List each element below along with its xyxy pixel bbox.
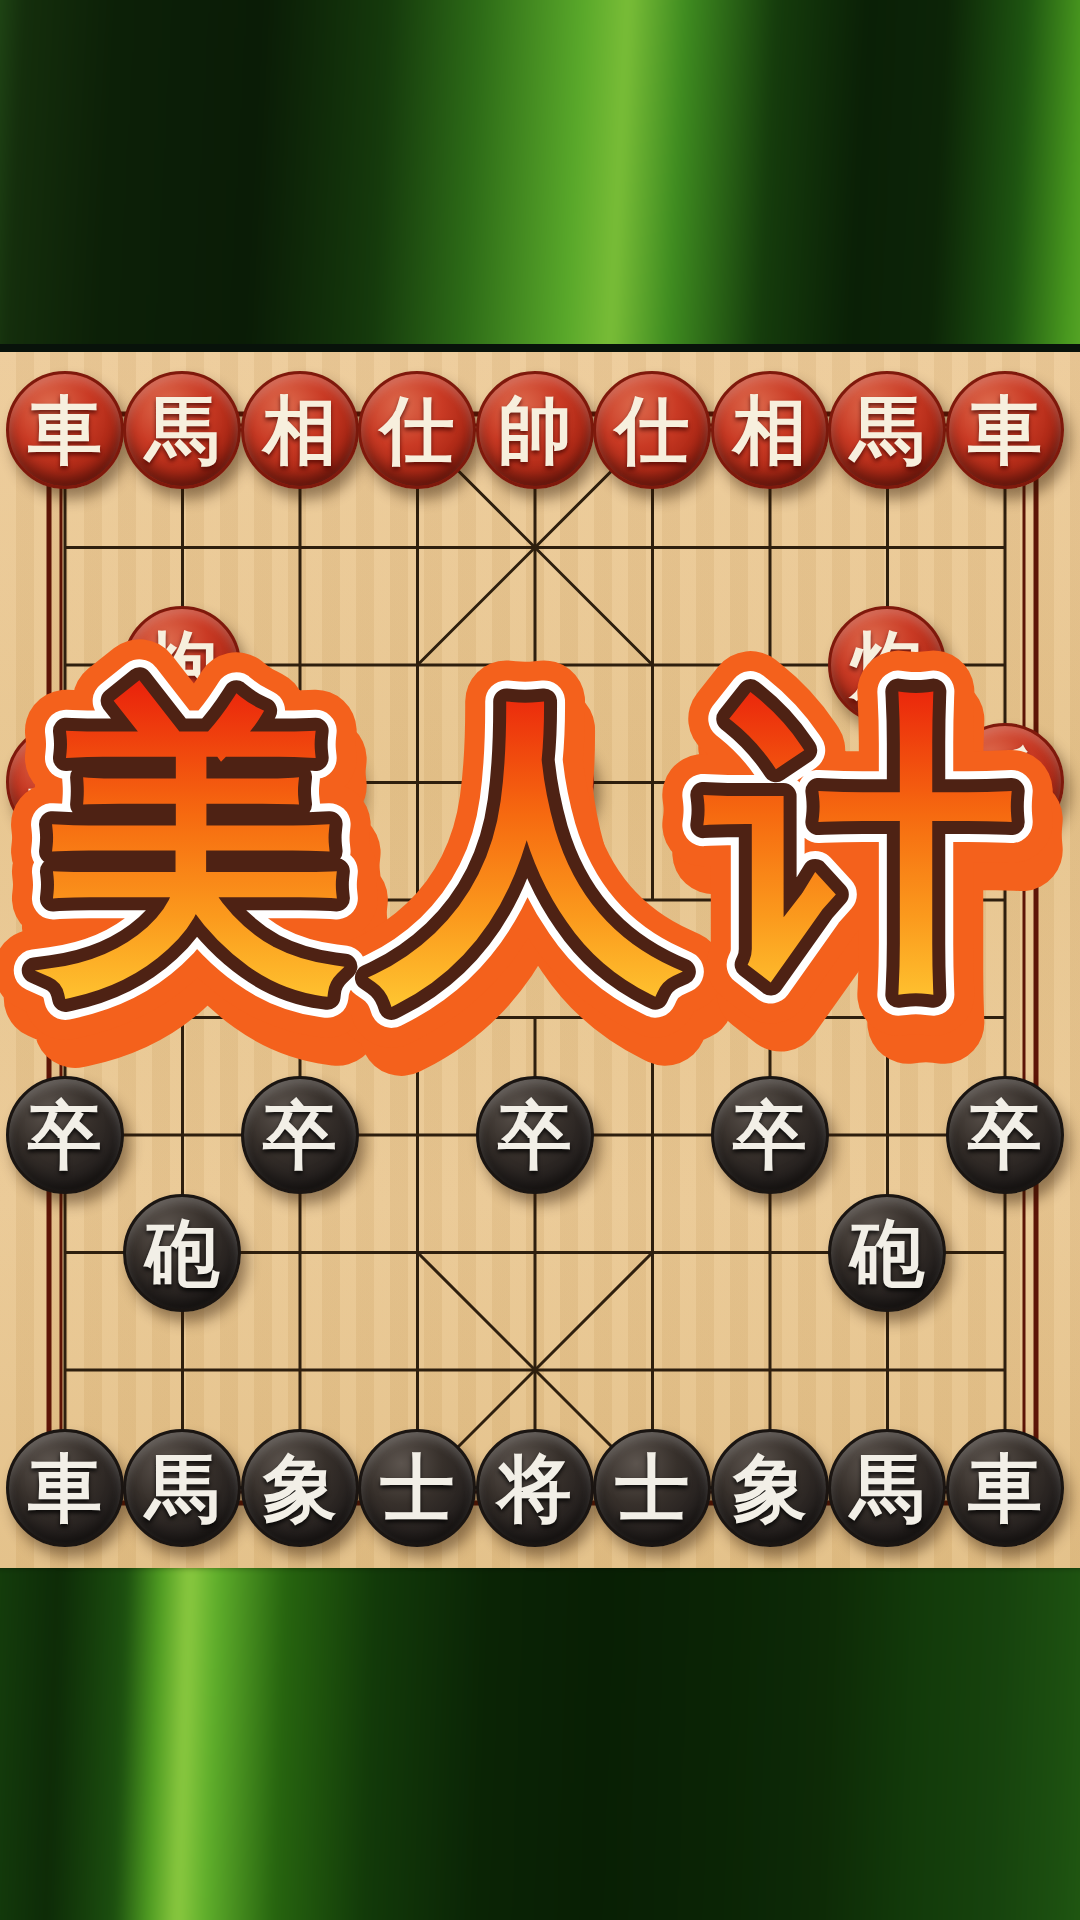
piece-label: 兵 [498, 745, 572, 819]
piece-black-pawn-5[interactable]: 卒 [946, 1076, 1064, 1194]
piece-red-chariot-2[interactable]: 車 [946, 371, 1064, 489]
piece-label: 馬 [850, 1451, 924, 1525]
piece-label: 仕 [615, 393, 689, 467]
piece-red-horse-1[interactable]: 馬 [123, 371, 241, 489]
piece-red-pawn-1[interactable]: 兵 [6, 723, 124, 841]
piece-black-pawn-4[interactable]: 卒 [711, 1076, 829, 1194]
piece-label: 卒 [968, 1098, 1042, 1172]
piece-label: 馬 [145, 393, 219, 467]
piece-label: 卒 [28, 1098, 102, 1172]
piece-label: 象 [263, 1451, 337, 1525]
piece-label: 士 [380, 1451, 454, 1525]
piece-red-advisor-1[interactable]: 仕 [358, 371, 476, 489]
piece-black-chariot-1[interactable]: 車 [6, 1429, 124, 1547]
piece-black-elephant-2[interactable]: 象 [711, 1429, 829, 1547]
piece-black-pawn-1[interactable]: 卒 [6, 1076, 124, 1194]
piece-label: 馬 [850, 393, 924, 467]
piece-label: 帥 [498, 393, 572, 467]
piece-black-pawn-2[interactable]: 卒 [241, 1076, 359, 1194]
piece-red-pawn-5[interactable]: 兵 [946, 723, 1064, 841]
piece-label: 相 [733, 393, 807, 467]
piece-label: 車 [968, 1451, 1042, 1525]
piece-red-elephant-1[interactable]: 相 [241, 371, 359, 489]
piece-label: 兵 [733, 745, 807, 819]
piece-label: 炮 [145, 628, 219, 702]
piece-red-cannon-1[interactable]: 炮 [123, 606, 241, 724]
piece-red-general[interactable]: 帥 [476, 371, 594, 489]
piece-black-elephant-1[interactable]: 象 [241, 1429, 359, 1547]
piece-red-pawn-2[interactable]: 兵 [241, 723, 359, 841]
piece-red-advisor-2[interactable]: 仕 [593, 371, 711, 489]
piece-label: 仕 [380, 393, 454, 467]
piece-label: 相 [263, 393, 337, 467]
piece-red-elephant-2[interactable]: 相 [711, 371, 829, 489]
piece-label: 卒 [733, 1098, 807, 1172]
piece-label: 砲 [850, 1216, 924, 1290]
piece-black-advisor-2[interactable]: 士 [593, 1429, 711, 1547]
piece-label: 車 [28, 393, 102, 467]
piece-red-chariot-1[interactable]: 車 [6, 371, 124, 489]
piece-label: 兵 [28, 745, 102, 819]
piece-black-chariot-2[interactable]: 車 [946, 1429, 1064, 1547]
piece-black-horse-1[interactable]: 馬 [123, 1429, 241, 1547]
piece-label: 車 [968, 393, 1042, 467]
piece-label: 士 [615, 1451, 689, 1525]
piece-red-horse-2[interactable]: 馬 [828, 371, 946, 489]
piece-label: 馬 [145, 1451, 219, 1525]
piece-label: 卒 [263, 1098, 337, 1172]
piece-label: 炮 [850, 628, 924, 702]
piece-label: 車 [28, 1451, 102, 1525]
piece-black-cannon-2[interactable]: 砲 [828, 1194, 946, 1312]
piece-label: 象 [733, 1451, 807, 1525]
piece-black-pawn-3[interactable]: 卒 [476, 1076, 594, 1194]
piece-label: 砲 [145, 1216, 219, 1290]
piece-label: 兵 [263, 745, 337, 819]
piece-grid: 車馬相仕帥仕相馬車炮炮兵兵兵兵兵卒卒卒卒卒砲砲車馬象士将士象馬車 [6, 371, 1064, 1546]
piece-red-cannon-2[interactable]: 炮 [828, 606, 946, 724]
piece-label: 卒 [498, 1098, 572, 1172]
piece-black-horse-2[interactable]: 馬 [828, 1429, 946, 1547]
piece-red-pawn-3[interactable]: 兵 [476, 723, 594, 841]
piece-black-general[interactable]: 将 [476, 1429, 594, 1547]
piece-label: 将 [498, 1451, 572, 1525]
piece-black-advisor-1[interactable]: 士 [358, 1429, 476, 1547]
piece-red-pawn-4[interactable]: 兵 [711, 723, 829, 841]
piece-black-cannon-1[interactable]: 砲 [123, 1194, 241, 1312]
piece-label: 兵 [968, 745, 1042, 819]
screenshot-root: { "game": { "name": "xiangqi", "variant"… [0, 0, 1080, 1920]
